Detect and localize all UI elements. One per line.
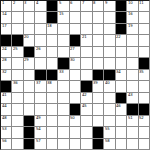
clue-number: 16 — [128, 12, 132, 16]
cell-r7-c2[interactable] — [24, 81, 34, 91]
cell-r5-c11[interactable] — [127, 58, 137, 68]
cell-r4-c9[interactable] — [104, 47, 114, 57]
clue-number: 5 — [59, 1, 61, 5]
cell-r11-c4[interactable] — [47, 127, 57, 137]
clue-number: 27 — [70, 47, 74, 51]
cell-r1-c12[interactable] — [139, 12, 149, 22]
cell-r7-c6[interactable] — [70, 81, 80, 91]
clue-number: 3 — [24, 1, 26, 5]
clue-number: 19 — [128, 24, 132, 28]
clue-number: 14 — [2, 12, 6, 16]
crossword-grid: 1234567891011141516171819202122242526272… — [0, 0, 150, 150]
cell-r5-c6[interactable]: 30 — [70, 58, 80, 68]
cell-r8-c5[interactable] — [58, 93, 68, 103]
cell-r11-c6[interactable] — [70, 127, 80, 137]
clue-number: 1 — [2, 1, 4, 5]
clue-number: 42 — [82, 93, 86, 97]
cell-r7-c11[interactable] — [127, 81, 137, 91]
cell-r4-c7[interactable] — [81, 47, 91, 57]
cell-r8-c7[interactable]: 42 — [81, 93, 91, 103]
block-cell-r11-c2 — [24, 127, 34, 137]
cell-r4-c6[interactable]: 27 — [70, 47, 80, 57]
cell-r11-c3[interactable]: 54 — [35, 127, 45, 137]
cell-r4-c10[interactable] — [116, 47, 126, 57]
cell-r5-c4[interactable] — [47, 58, 57, 68]
cell-r10-c10[interactable] — [116, 116, 126, 126]
cell-r8-c6[interactable] — [70, 93, 80, 103]
clue-number: 28 — [2, 58, 6, 62]
cell-r10-c11[interactable]: 51 — [127, 116, 137, 126]
cell-r3-c11[interactable] — [127, 35, 137, 45]
clue-number: 26 — [36, 47, 40, 51]
block-cell-r1-c4 — [47, 12, 57, 22]
cell-r0-c6[interactable]: 6 — [70, 1, 80, 11]
cell-r10-c8[interactable] — [93, 116, 103, 126]
block-cell-r11-c8 — [93, 127, 103, 137]
cell-r10-c7[interactable] — [81, 116, 91, 126]
cell-r4-c11[interactable] — [127, 47, 137, 57]
clue-number: 4 — [36, 1, 38, 5]
clue-number: 58 — [105, 139, 109, 143]
clue-number: 57 — [36, 139, 40, 143]
cell-r8-c3[interactable] — [35, 93, 45, 103]
cell-r11-c10[interactable] — [116, 127, 126, 137]
cell-r0-c2[interactable]: 3 — [24, 1, 34, 11]
clue-number: 50 — [70, 116, 74, 120]
cell-r11-c0[interactable]: 53 — [1, 127, 11, 137]
clue-number: 35 — [139, 70, 143, 74]
block-cell-r4-c2 — [24, 47, 34, 57]
clue-number: 34 — [116, 70, 120, 74]
cell-r10-c5[interactable] — [58, 116, 68, 126]
block-cell-r6-c8 — [93, 70, 103, 80]
clue-number: 18 — [47, 24, 51, 28]
clue-number: 11 — [139, 1, 143, 5]
cell-r9-c1[interactable] — [12, 104, 22, 114]
cell-r2-c8[interactable] — [93, 24, 103, 34]
cell-r0-c11[interactable]: 10 — [127, 1, 137, 11]
cell-r9-c4[interactable] — [47, 104, 57, 114]
block-cell-r7-c7 — [81, 81, 91, 91]
cell-r6-c6[interactable] — [70, 70, 80, 80]
cell-r2-c1[interactable] — [12, 24, 22, 34]
cell-r11-c1[interactable] — [12, 127, 22, 137]
cell-r12-c10[interactable] — [116, 139, 126, 149]
block-cell-r6-c4 — [47, 70, 57, 80]
cell-r5-c3[interactable] — [35, 58, 45, 68]
cell-r7-c3[interactable]: 37 — [35, 81, 45, 91]
cell-r9-c2[interactable] — [24, 104, 34, 114]
cell-r5-c8[interactable] — [93, 58, 103, 68]
cell-r9-c9[interactable] — [104, 104, 114, 114]
cell-r2-c4[interactable]: 18 — [47, 24, 57, 34]
block-cell-r1-c10 — [116, 12, 126, 22]
block-cell-r9-c12 — [139, 104, 149, 114]
clue-number: 17 — [2, 24, 6, 28]
cell-r12-c7[interactable] — [81, 139, 91, 149]
block-cell-r8-c10 — [116, 93, 126, 103]
block-cell-r5-c12 — [139, 58, 149, 68]
clue-number: 43 — [128, 93, 132, 97]
cell-r4-c5[interactable] — [58, 47, 68, 57]
cell-r12-c0[interactable]: 56 — [1, 139, 11, 149]
clue-number: 24 — [2, 47, 6, 51]
cell-r6-c2[interactable] — [24, 70, 34, 80]
clue-number: 55 — [105, 127, 109, 131]
block-cell-r3-c0 — [1, 35, 11, 45]
cell-r12-c5[interactable] — [58, 139, 68, 149]
cell-r0-c12[interactable]: 11 — [139, 1, 149, 11]
clue-number: 45 — [82, 104, 86, 108]
block-cell-r10-c2 — [24, 116, 34, 126]
cell-r2-c9[interactable] — [104, 24, 114, 34]
clue-number: 56 — [2, 139, 6, 143]
cell-r12-c12[interactable] — [139, 139, 149, 149]
cell-r7-c8[interactable]: 39 — [93, 81, 103, 91]
cell-r10-c4[interactable] — [47, 116, 57, 126]
clue-number: 25 — [13, 47, 17, 51]
cell-r6-c5[interactable]: 33 — [58, 70, 68, 80]
cell-r8-c0[interactable]: 41 — [1, 93, 11, 103]
cell-r6-c0[interactable]: 32 — [1, 70, 11, 80]
cell-r2-c12[interactable] — [139, 24, 149, 34]
cell-r4-c3[interactable]: 26 — [35, 47, 45, 57]
cell-r10-c3[interactable]: 49 — [35, 116, 45, 126]
cell-r3-c8[interactable] — [93, 35, 103, 45]
cell-r12-c4[interactable] — [47, 139, 57, 149]
cell-r12-c9[interactable]: 58 — [104, 139, 114, 149]
clue-number: 2 — [13, 1, 15, 5]
clue-number: 48 — [2, 116, 6, 120]
cell-r6-c1[interactable] — [12, 70, 22, 80]
clue-number: 10 — [128, 1, 132, 5]
cell-r1-c0[interactable]: 14 — [1, 12, 11, 22]
cell-r8-c4[interactable] — [47, 93, 57, 103]
clue-number: 8 — [93, 1, 95, 5]
clue-number: 22 — [116, 35, 120, 39]
cell-r7-c4[interactable]: 38 — [47, 81, 57, 91]
cell-r4-c8[interactable] — [93, 47, 103, 57]
cell-r11-c12[interactable] — [139, 127, 149, 137]
cell-r8-c9[interactable] — [104, 93, 114, 103]
block-cell-r9-c11 — [127, 104, 137, 114]
cell-r10-c6[interactable]: 50 — [70, 116, 80, 126]
cell-r2-c11[interactable]: 19 — [127, 24, 137, 34]
clue-number: 6 — [70, 1, 72, 5]
cell-r4-c12[interactable] — [139, 47, 149, 57]
cell-r12-c3[interactable]: 57 — [35, 139, 45, 149]
cell-r0-c1[interactable]: 2 — [12, 1, 22, 11]
clue-number: 9 — [105, 1, 107, 5]
clue-number: 44 — [2, 104, 6, 108]
cell-r7-c5[interactable] — [58, 81, 68, 91]
block-cell-r6-c3 — [35, 70, 45, 80]
cell-r1-c9[interactable] — [104, 12, 114, 22]
cell-r9-c8[interactable] — [93, 104, 103, 114]
cell-r1-c6[interactable] — [70, 12, 80, 22]
cell-r12-c1[interactable] — [12, 139, 22, 149]
cell-r10-c9[interactable] — [104, 116, 114, 126]
cell-r6-c10[interactable]: 34 — [116, 70, 126, 80]
cell-r9-c0[interactable]: 44 — [1, 104, 11, 114]
clue-number: 29 — [24, 58, 28, 62]
cell-r1-c3[interactable] — [35, 12, 45, 22]
cell-r8-c2[interactable] — [24, 93, 34, 103]
cell-r6-c11[interactable] — [127, 70, 137, 80]
cell-r2-c3[interactable] — [35, 24, 45, 34]
cell-r8-c12[interactable] — [139, 93, 149, 103]
block-cell-r9-c6 — [70, 104, 80, 114]
cell-r3-c4[interactable] — [47, 35, 57, 45]
cell-r4-c0[interactable]: 24 — [1, 47, 11, 57]
cell-r3-c2[interactable]: 20 — [24, 35, 34, 45]
clue-number: 37 — [36, 81, 40, 85]
cell-r8-c11[interactable]: 43 — [127, 93, 137, 103]
cell-r1-c5[interactable]: 15 — [58, 12, 68, 22]
clue-number: 36 — [13, 81, 17, 85]
clue-number: 38 — [47, 81, 51, 85]
cell-r1-c1[interactable] — [12, 12, 22, 22]
cell-r12-c6[interactable] — [70, 139, 80, 149]
cell-r8-c1[interactable] — [12, 93, 22, 103]
cell-r7-c1[interactable]: 36 — [12, 81, 22, 91]
block-cell-r5-c5 — [58, 58, 68, 68]
cell-r5-c0[interactable]: 28 — [1, 58, 11, 68]
cell-r1-c7[interactable] — [81, 12, 91, 22]
cell-r10-c0[interactable]: 48 — [1, 116, 11, 126]
cell-r5-c2[interactable]: 29 — [24, 58, 34, 68]
cell-r3-c10[interactable]: 22 — [116, 35, 126, 45]
cell-r5-c7[interactable] — [81, 58, 91, 68]
cell-r5-c10[interactable] — [116, 58, 126, 68]
cell-r11-c7[interactable] — [81, 127, 91, 137]
clue-number: 51 — [128, 116, 132, 120]
cell-r7-c10[interactable] — [116, 81, 126, 91]
cell-r3-c7[interactable]: 21 — [81, 35, 91, 45]
clue-number: 41 — [2, 93, 6, 97]
block-cell-r0-c4 — [47, 1, 57, 11]
cell-r2-c5[interactable] — [58, 24, 68, 34]
cell-r5-c1[interactable] — [12, 58, 22, 68]
cell-r9-c10[interactable]: 46 — [116, 104, 126, 114]
cell-r6-c12[interactable]: 35 — [139, 70, 149, 80]
cell-r2-c2[interactable] — [24, 24, 34, 34]
cell-r2-c0[interactable]: 17 — [1, 24, 11, 34]
cell-r3-c12[interactable] — [139, 35, 149, 45]
cell-r11-c11[interactable] — [127, 127, 137, 137]
cell-r1-c8[interactable] — [93, 12, 103, 22]
cell-r0-c7[interactable]: 7 — [81, 1, 91, 11]
block-cell-r6-c9 — [104, 70, 114, 80]
block-cell-r3-c6 — [70, 35, 80, 45]
clue-number: 53 — [2, 127, 6, 131]
clue-number: 30 — [70, 58, 74, 62]
clue-number: 49 — [36, 116, 40, 120]
cell-r1-c11[interactable]: 16 — [127, 12, 137, 22]
clue-number: 7 — [82, 1, 84, 5]
cell-r3-c9[interactable] — [104, 35, 114, 45]
cell-r0-c0[interactable]: 1 — [1, 1, 11, 11]
clue-number: 32 — [2, 70, 6, 74]
cell-r0-c9[interactable]: 9 — [104, 1, 114, 11]
cell-r11-c5[interactable] — [58, 127, 68, 137]
block-cell-r12-c2 — [24, 139, 34, 149]
cell-r4-c1[interactable]: 25 — [12, 47, 22, 57]
cell-r3-c5[interactable] — [58, 35, 68, 45]
cell-r10-c1[interactable] — [12, 116, 22, 126]
block-cell-r2-c10 — [116, 24, 126, 34]
cell-r11-c9[interactable]: 55 — [104, 127, 114, 137]
clue-number: 33 — [59, 70, 63, 74]
cell-r12-c11[interactable] — [127, 139, 137, 149]
clue-number: 46 — [116, 104, 120, 108]
cell-r9-c3[interactable] — [35, 104, 45, 114]
clue-number: 52 — [139, 116, 143, 120]
clue-number: 15 — [59, 12, 63, 16]
clue-number: 39 — [93, 81, 97, 85]
cell-r1-c2[interactable] — [24, 12, 34, 22]
cell-r7-c12[interactable] — [139, 81, 149, 91]
clue-number: 21 — [82, 35, 86, 39]
cell-r9-c5[interactable] — [58, 104, 68, 114]
cell-r0-c5[interactable]: 5 — [58, 1, 68, 11]
clue-number: 54 — [36, 127, 40, 131]
cell-r8-c8[interactable] — [93, 93, 103, 103]
block-cell-r7-c0 — [1, 81, 11, 91]
block-cell-r0-c10 — [116, 1, 126, 11]
cell-r6-c7[interactable] — [81, 70, 91, 80]
block-cell-r3-c1 — [12, 35, 22, 45]
block-cell-r12-c8 — [93, 139, 103, 149]
cell-r9-c7[interactable]: 45 — [81, 104, 91, 114]
cell-r4-c4[interactable] — [47, 47, 57, 57]
clue-number: 40 — [105, 81, 109, 85]
clue-number: 20 — [24, 35, 28, 39]
cell-r5-c9[interactable] — [104, 58, 114, 68]
cell-r7-c9[interactable]: 40 — [104, 81, 114, 91]
cell-r0-c3[interactable]: 4 — [35, 1, 45, 11]
cell-r0-c8[interactable]: 8 — [93, 1, 103, 11]
cell-r2-c6[interactable] — [70, 24, 80, 34]
cell-r2-c7[interactable] — [81, 24, 91, 34]
cell-r10-c12[interactable]: 52 — [139, 116, 149, 126]
cell-r3-c3[interactable] — [35, 35, 45, 45]
